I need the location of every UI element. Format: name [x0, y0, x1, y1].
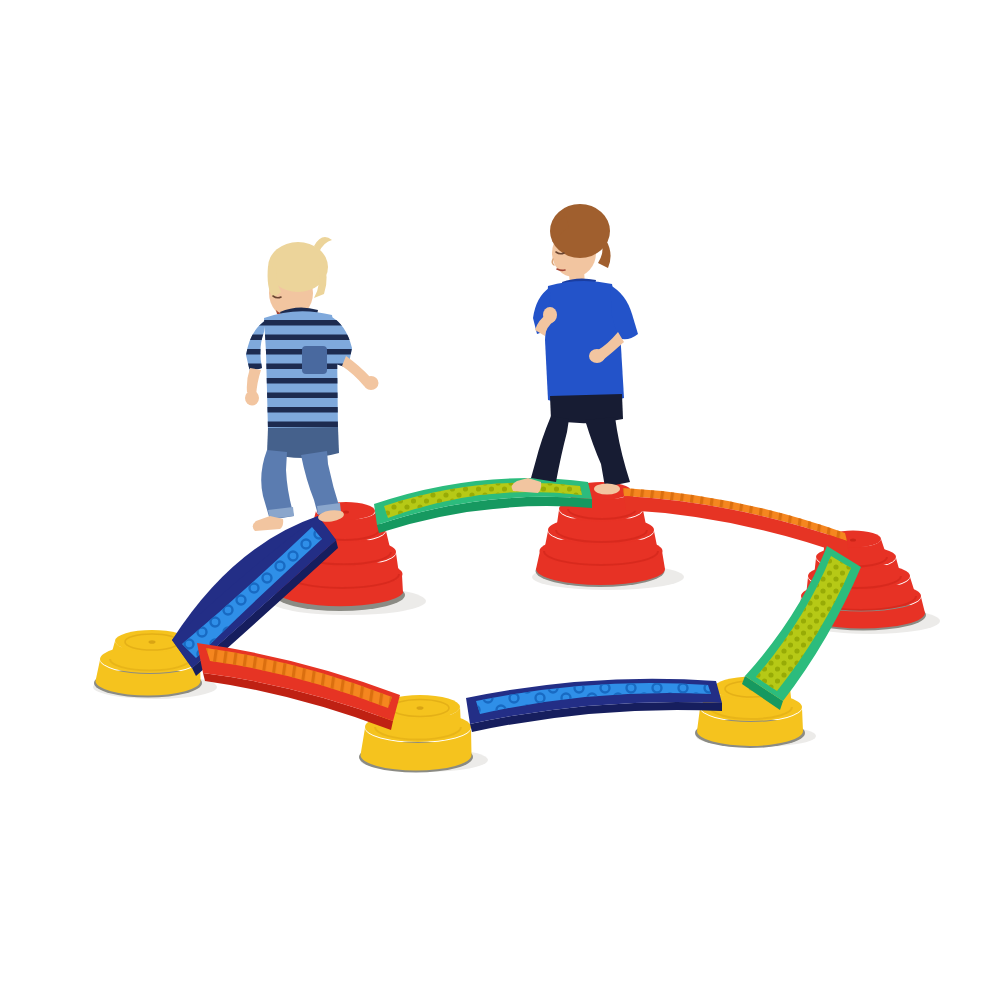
tee-stripe	[235, 407, 360, 413]
hand	[245, 391, 259, 406]
child-right	[512, 204, 638, 495]
tee-stripe	[235, 422, 360, 428]
hand	[589, 349, 605, 363]
tee-stripe	[235, 335, 360, 341]
bare-foot	[594, 484, 620, 495]
tee-stripe	[235, 320, 360, 326]
tee-pocket	[302, 346, 327, 374]
cone-top-hole	[850, 538, 856, 541]
hand	[543, 307, 557, 323]
hand	[364, 376, 379, 390]
stone-top-hole	[149, 640, 156, 644]
child-left	[235, 237, 379, 531]
scene-illustration	[0, 0, 1000, 1000]
pants-leg	[585, 417, 630, 487]
pants-leg	[531, 416, 569, 482]
photo-canvas	[0, 0, 1000, 1000]
bare-foot	[253, 516, 283, 531]
stone-top-hole	[417, 706, 424, 710]
tee-stripe	[235, 364, 360, 370]
tee-stripe	[235, 349, 360, 355]
cone-top-hole	[343, 510, 349, 513]
plank-navy-bottom	[466, 679, 722, 732]
plank-orange-bottomleft	[197, 643, 400, 730]
tee-torso	[264, 311, 338, 435]
